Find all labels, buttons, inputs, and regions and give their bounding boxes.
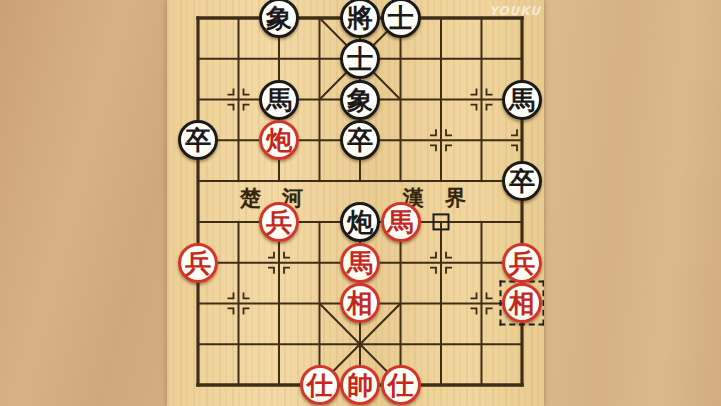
piece-red-advisor[interactable]: 仕	[300, 365, 340, 405]
piece-red-general[interactable]: 帥	[340, 365, 380, 405]
piece-black-elephant[interactable]: 象	[340, 80, 380, 120]
video-frame: 楚 河 漢 界 象將士士馬象馬卒炮卒卒兵炮馬兵馬兵相相仕帥仕 YOUKU	[0, 0, 721, 406]
piece-red-soldier[interactable]: 兵	[502, 243, 542, 283]
piece-red-elephant[interactable]: 相	[340, 283, 380, 323]
youku-watermark: YOUKU	[489, 4, 541, 18]
piece-black-horse[interactable]: 馬	[502, 80, 542, 120]
piece-black-soldier[interactable]: 卒	[178, 120, 218, 160]
piece-red-advisor[interactable]: 仕	[381, 365, 421, 405]
pillarbox-right	[545, 0, 721, 406]
piece-red-cannon[interactable]: 炮	[259, 120, 299, 160]
piece-black-advisor[interactable]: 士	[340, 39, 380, 79]
piece-red-elephant[interactable]: 相	[502, 283, 542, 323]
piece-red-horse[interactable]: 馬	[381, 202, 421, 242]
xiangqi-board[interactable]: 楚 河 漢 界 象將士士馬象馬卒炮卒卒兵炮馬兵馬兵相相仕帥仕 YOUKU	[167, 0, 544, 406]
piece-black-horse[interactable]: 馬	[259, 80, 299, 120]
piece-black-soldier[interactable]: 卒	[340, 120, 380, 160]
piece-red-horse[interactable]: 馬	[340, 243, 380, 283]
piece-black-cannon[interactable]: 炮	[340, 202, 380, 242]
pillarbox-left	[0, 0, 167, 406]
piece-red-soldier[interactable]: 兵	[259, 202, 299, 242]
piece-red-soldier[interactable]: 兵	[178, 243, 218, 283]
piece-black-soldier[interactable]: 卒	[502, 161, 542, 201]
